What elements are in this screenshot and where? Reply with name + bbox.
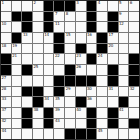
black-cell-r7c11 [108,65,118,75]
clue-number: 4 [98,1,100,5]
clue-number: 39 [55,108,60,112]
clue-number: 26 [76,65,81,69]
crossword-cell-r5c11[interactable]: 20 [108,44,118,54]
black-cell-r6c1 [1,54,11,64]
crossword-cell-r13c11[interactable] [108,129,118,139]
crossword-cell-r11c8[interactable]: 40 [76,108,86,118]
clue-number: 25 [34,65,39,69]
clue-number: 42 [2,119,7,123]
crossword-cell-r10c10[interactable] [97,97,107,107]
crossword-cell-r8c2[interactable] [12,76,22,86]
clue-number: 36 [87,97,92,101]
crossword-cell-r4c7[interactable]: 15 [65,33,75,43]
crossword-cell-r9c9[interactable]: 30 [87,87,97,97]
clue-number: 9 [119,12,121,16]
crossword-cell-r2c4[interactable] [33,12,43,22]
crossword-cell-r11c6[interactable]: 39 [54,108,64,118]
crossword-cell-r3c12[interactable]: 12 [119,22,129,32]
crossword-cell-r2c8[interactable] [76,12,86,22]
clue-number: 13 [23,33,28,37]
clue-number: 43 [55,119,60,123]
clue-number: 11 [55,22,60,26]
crossword-cell-r10c1[interactable]: 33 [1,97,11,107]
black-cell-r4c2 [12,33,22,43]
crossword-cell-r12c6[interactable]: 43 [54,119,64,129]
clue-number: 16 [87,33,92,37]
crossword-cell-r4c5[interactable]: 14 [44,33,54,43]
black-cell-r3c5 [44,22,54,32]
black-cell-r4c10 [97,33,107,43]
crossword-cell-r4c13[interactable] [129,33,139,43]
crossword-cell-r7c6[interactable] [54,65,64,75]
black-cell-r9c4 [33,87,43,97]
crossword-cell-r12c7[interactable] [65,119,75,129]
clue-number: 5 [119,1,121,5]
crossword-cell-r5c5[interactable] [44,44,54,54]
crossword-cell-r12c2[interactable] [12,119,22,129]
crossword-cell-r1c1[interactable]: 1 [1,1,11,11]
black-cell-r8c8 [76,76,86,86]
clue-number: 2 [34,1,36,5]
black-cell-r5c10 [97,44,107,54]
black-cell-r5c8 [76,44,86,54]
crossword-cell-r4c3[interactable]: 13 [22,33,32,43]
clue-number: 6 [130,1,132,5]
crossword-cell-r8c3[interactable] [22,76,32,86]
clue-number: 23 [76,54,81,58]
crossword-cell-r7c4[interactable]: 25 [33,65,43,75]
clue-number: 1 [2,1,4,5]
clue-number: 41 [119,108,124,112]
crossword-cell-r1c10[interactable]: 4 [97,1,107,11]
crossword-cell-r3c2[interactable] [12,22,22,32]
crossword-cell-r13c2[interactable] [12,129,22,139]
crossword-cell-r3c6[interactable]: 11 [54,22,64,32]
crossword-cell-r11c4[interactable]: 38 [33,108,43,118]
crossword-cell-r3c8[interactable] [76,22,86,32]
crossword-cell-r5c9[interactable] [87,44,97,54]
black-cell-r6c9 [87,54,97,64]
black-cell-r10c8 [76,97,86,107]
clue-number: 28 [2,87,7,91]
crossword-cell-r13c4[interactable] [33,129,43,139]
crossword-cell-r3c13[interactable] [129,22,139,32]
crossword-cell-r6c2[interactable]: 21 [12,54,22,64]
crossword-cell-r11c1[interactable]: 37 [1,108,11,118]
crossword-cell-r6c5[interactable] [44,54,54,64]
clue-number: 35 [55,97,60,101]
black-cell-r11c11 [108,108,118,118]
clue-number: 10 [2,22,7,26]
crossword-cell-r7c9[interactable] [87,65,97,75]
crossword-cell-r1c2[interactable] [12,1,22,11]
crossword-cell-r3c7[interactable] [65,22,75,32]
crossword-cell-r13c10[interactable]: 45 [97,129,107,139]
crossword-cell-r2c1[interactable] [1,12,11,22]
crossword-cell-r11c10[interactable] [97,108,107,118]
crossword-cell-r4c8[interactable] [76,33,86,43]
clue-number: 20 [108,44,113,48]
crossword-cell-r7c8[interactable]: 26 [76,65,86,75]
crossword-cell-r11c2[interactable] [12,108,22,118]
crossword-cell-r8c4[interactable] [33,76,43,86]
crossword-cell-r1c13[interactable]: 6 [129,1,139,11]
crossword-cell-r12c12[interactable] [119,119,129,129]
crossword-cell-r8c12[interactable] [119,76,129,86]
black-cell-r13c8 [76,129,86,139]
crossword-cell-r4c1[interactable] [1,33,11,43]
clue-number: 30 [87,87,92,91]
crossword-cell-r11c12[interactable]: 41 [119,108,129,118]
crossword-cell-r13c6[interactable] [54,129,64,139]
black-cell-r7c7 [65,65,75,75]
crossword-cell-r11c7[interactable] [65,108,75,118]
crossword-cell-r7c10[interactable] [97,65,107,75]
crossword-cell-r7c2[interactable] [12,65,22,75]
crossword-cell-r13c5[interactable] [44,129,54,139]
crossword-cell-r10c5[interactable]: 34 [44,97,54,107]
crossword-cell-r9c2[interactable] [12,87,22,97]
crossword-cell-r2c10[interactable] [97,12,107,22]
clue-number: 18 [2,44,7,48]
crossword-cell-r1c8[interactable]: 3 [76,1,86,11]
black-cell-r1c9 [87,1,97,11]
black-cell-r5c6 [54,44,64,54]
crossword-cell-r4c4[interactable] [33,33,43,43]
crossword-cell-r9c7[interactable]: 29 [65,87,75,97]
crossword-cell-r9c13[interactable]: 32 [129,87,139,97]
crossword-cell-r9c12[interactable] [119,87,129,97]
crossword-cell-r7c12[interactable] [119,65,129,75]
black-cell-r13c9 [87,129,97,139]
crossword-cell-r12c10[interactable] [97,119,107,129]
crossword-cell-r4c11[interactable]: 17 [108,33,118,43]
black-cell-r8c13 [129,76,139,86]
clue-number: 24 [98,54,103,58]
clue-number: 32 [130,87,135,91]
crossword-cell-r1c4[interactable]: 2 [33,1,43,11]
crossword-cell-r2c6[interactable]: 7 [54,12,64,22]
black-cell-r7c1 [1,65,11,75]
clue-number: 15 [66,33,71,37]
black-cell-r12c11 [108,119,118,129]
black-cell-r9c6 [54,87,64,97]
black-cell-r9c3 [22,87,32,97]
crossword-cell-r5c4[interactable] [33,44,43,54]
crossword-cell-r8c1[interactable]: 27 [1,76,11,86]
crossword-cell-r1c11[interactable] [108,1,118,11]
clue-number: 21 [12,54,17,58]
clue-number: 14 [44,33,49,37]
black-cell-r7c13 [129,65,139,75]
black-cell-r11c5 [44,108,54,118]
crossword-cell-r3c10[interactable] [97,22,107,32]
crossword-cell-r8c5[interactable] [44,76,54,86]
black-cell-r3c11 [108,22,118,32]
crossword-cell-r5c7[interactable] [65,44,75,54]
black-cell-r1c7 [65,1,75,11]
crossword-cell-r6c8[interactable]: 23 [76,54,86,64]
clue-number: 12 [119,22,124,26]
clue-number: 17 [108,33,113,37]
black-cell-r8c9 [87,76,97,86]
crossword-cell-r2c13[interactable] [129,12,139,22]
crossword-cell-r9c1[interactable]: 28 [1,87,11,97]
black-cell-r3c9 [87,22,97,32]
crossword-cell-r6c4[interactable] [33,54,43,64]
crossword-cell-r10c11[interactable] [108,97,118,107]
black-cell-r2c11 [108,12,118,22]
crossword-cell-r2c7[interactable]: 8 [65,12,75,22]
crossword-cell-r3c1[interactable]: 10 [1,22,11,32]
black-cell-r1c5 [44,1,54,11]
crossword-cell-r5c12[interactable] [119,44,129,54]
crossword-cell-r6c3[interactable] [22,54,32,64]
crossword-cell-r1c3[interactable] [22,1,32,11]
black-cell-r12c13 [129,119,139,129]
black-cell-r12c3 [22,119,32,129]
black-cell-r2c2 [12,12,22,22]
crossword-cell-r2c12[interactable]: 9 [119,12,129,22]
crossword-puzzle: 1234567891011121314151617181920212223242… [0,0,140,140]
clue-number: 29 [66,87,71,91]
clue-number: 40 [76,108,81,112]
crossword-cell-r8c10[interactable] [97,76,107,86]
black-cell-r13c7 [65,129,75,139]
crossword-cell-r12c4[interactable] [33,119,43,129]
crossword-cell-r6c11[interactable] [108,54,118,64]
clue-number: 22 [55,54,60,58]
clue-number: 45 [98,129,103,133]
crossword-cell-r13c13[interactable] [129,129,139,139]
crossword-cell-r10c9[interactable]: 36 [87,97,97,107]
crossword-cell-r10c2[interactable] [12,97,22,107]
black-cell-r6c13 [129,54,139,64]
crossword-cell-r13c12[interactable] [119,129,129,139]
black-cell-r2c5 [44,12,54,22]
black-cell-r1c6 [54,1,64,11]
crossword-cell-r13c3[interactable] [22,129,32,139]
black-cell-r10c12 [119,97,129,107]
crossword-cell-r9c8[interactable] [76,87,86,97]
crossword-grid: 1234567891011121314151617181920212223242… [0,0,140,140]
black-cell-r12c5 [44,119,54,129]
crossword-cell-r6c10[interactable]: 24 [97,54,107,64]
crossword-cell-r10c7[interactable] [65,97,75,107]
black-cell-r2c3 [22,12,32,22]
crossword-cell-r13c1[interactable]: 44 [1,129,11,139]
crossword-cell-r4c9[interactable]: 16 [87,33,97,43]
crossword-cell-r5c13[interactable] [129,44,139,54]
crossword-cell-r9c11[interactable]: 31 [108,87,118,97]
crossword-cell-r11c13[interactable] [129,108,139,118]
clue-number: 27 [2,76,7,80]
black-cell-r11c9 [87,108,97,118]
crossword-cell-r12c8[interactable] [76,119,86,129]
crossword-cell-r5c2[interactable]: 19 [12,44,22,54]
clue-number: 8 [66,12,68,16]
crossword-cell-r6c12[interactable] [119,54,129,64]
clue-number: 37 [2,108,7,112]
crossword-cell-r5c1[interactable]: 18 [1,44,11,54]
crossword-cell-r9c10[interactable] [97,87,107,97]
crossword-cell-r6c6[interactable]: 22 [54,54,64,64]
black-cell-r8c11 [108,76,118,86]
black-cell-r10c4 [33,97,43,107]
crossword-cell-r6c7[interactable] [65,54,75,64]
clue-number: 34 [44,97,49,101]
crossword-cell-r10c6[interactable]: 35 [54,97,64,107]
crossword-cell-r10c3[interactable] [22,97,32,107]
clue-number: 7 [55,12,57,16]
crossword-cell-r10c13[interactable] [129,97,139,107]
black-cell-r12c9 [87,119,97,129]
crossword-cell-r5c3[interactable] [22,44,32,54]
black-cell-r4c6 [54,33,64,43]
crossword-cell-r12c1[interactable]: 42 [1,119,11,129]
black-cell-r11c3 [22,108,32,118]
crossword-cell-r1c12[interactable]: 5 [119,1,129,11]
black-cell-r8c6 [54,76,64,86]
clue-number: 3 [76,1,78,5]
clue-number: 19 [12,44,17,48]
crossword-cell-r9c5[interactable] [44,87,54,97]
clue-number: 44 [2,129,7,133]
clue-number: 33 [2,97,7,101]
crossword-cell-r7c5[interactable] [44,65,54,75]
black-cell-r8c7 [65,76,75,86]
black-cell-r2c9 [87,12,97,22]
crossword-cell-r3c4[interactable] [33,22,43,32]
clue-number: 31 [108,87,113,91]
crossword-cell-r4c12[interactable] [119,33,129,43]
clue-number: 38 [34,108,39,112]
black-cell-r3c3 [22,22,32,32]
black-cell-r7c3 [22,65,32,75]
